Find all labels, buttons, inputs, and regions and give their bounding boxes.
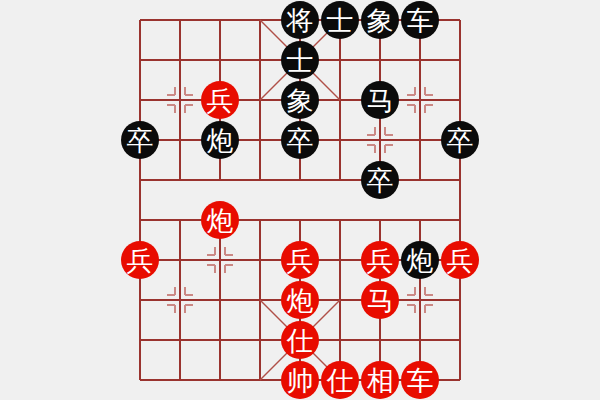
piece-black-elephant[interactable]: 象 [361,1,399,39]
piece-black-general[interactable]: 将 [281,1,319,39]
piece-black-chariot[interactable]: 车 [401,1,439,39]
piece-red-elephant[interactable]: 相 [361,361,399,399]
piece-red-soldier[interactable]: 兵 [281,241,319,279]
piece-red-soldier[interactable]: 兵 [201,81,239,119]
piece-red-cannon[interactable]: 炮 [201,201,239,239]
piece-red-chariot[interactable]: 车 [401,361,439,399]
piece-black-elephant[interactable]: 象 [281,81,319,119]
piece-red-general[interactable]: 帅 [281,361,319,399]
piece-black-cannon[interactable]: 炮 [201,121,239,159]
piece-red-advisor[interactable]: 仕 [321,361,359,399]
piece-black-advisor[interactable]: 士 [321,1,359,39]
piece-black-soldier[interactable]: 卒 [281,121,319,159]
piece-red-advisor[interactable]: 仕 [281,321,319,359]
piece-black-cannon[interactable]: 炮 [401,241,439,279]
piece-black-horse[interactable]: 马 [361,81,399,119]
piece-red-horse[interactable]: 马 [361,281,399,319]
piece-black-soldier[interactable]: 卒 [361,161,399,199]
piece-red-soldier[interactable]: 兵 [441,241,479,279]
xiangqi-board: 将士象车士兵象马卒炮卒卒卒炮兵兵兵炮兵炮马仕帅仕相车 [0,0,600,400]
piece-black-advisor[interactable]: 士 [281,41,319,79]
piece-black-soldier[interactable]: 卒 [121,121,159,159]
piece-black-soldier[interactable]: 卒 [441,121,479,159]
piece-red-soldier[interactable]: 兵 [121,241,159,279]
pieces-layer: 将士象车士兵象马卒炮卒卒卒炮兵兵兵炮兵炮马仕帅仕相车 [0,0,600,400]
piece-red-soldier[interactable]: 兵 [361,241,399,279]
piece-red-cannon[interactable]: 炮 [281,281,319,319]
